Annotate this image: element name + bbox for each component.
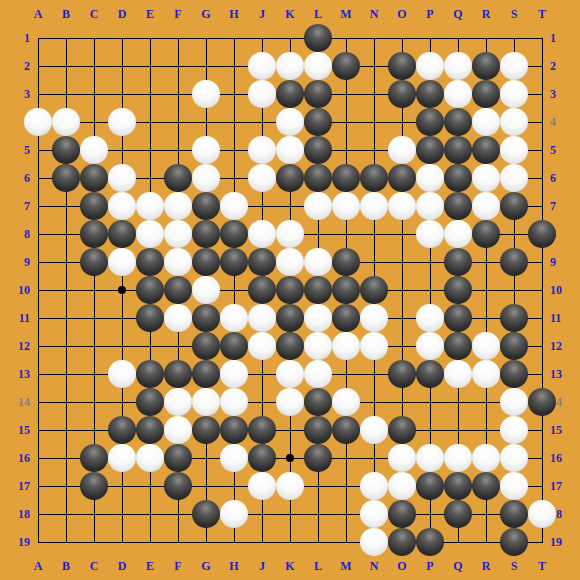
star-point [118, 286, 126, 294]
coord-label-right: 11 [550, 311, 576, 325]
black-stone [304, 276, 332, 304]
white-stone [304, 248, 332, 276]
black-stone [444, 164, 472, 192]
coord-label-top: D [113, 7, 131, 21]
coord-label-bottom: A [29, 559, 47, 573]
grid-line-vertical [542, 38, 543, 543]
white-stone [248, 304, 276, 332]
black-stone [500, 332, 528, 360]
white-stone [472, 192, 500, 220]
white-stone [248, 80, 276, 108]
coord-label-bottom: K [281, 559, 299, 573]
black-stone [192, 360, 220, 388]
white-stone [220, 444, 248, 472]
coord-label-right: 17 [550, 479, 576, 493]
black-stone [472, 472, 500, 500]
white-stone [444, 360, 472, 388]
coord-label-top: R [477, 7, 495, 21]
white-stone [108, 164, 136, 192]
white-stone [416, 220, 444, 248]
white-stone [164, 416, 192, 444]
black-stone [472, 136, 500, 164]
white-stone [276, 136, 304, 164]
white-stone [360, 416, 388, 444]
black-stone [192, 220, 220, 248]
white-stone [108, 360, 136, 388]
white-stone [220, 500, 248, 528]
black-stone [136, 416, 164, 444]
white-stone [192, 164, 220, 192]
coord-label-bottom: F [169, 559, 187, 573]
coord-label-right: 9 [550, 255, 576, 269]
white-stone [276, 52, 304, 80]
white-stone [472, 108, 500, 136]
black-stone [360, 276, 388, 304]
white-stone [444, 52, 472, 80]
white-stone [248, 472, 276, 500]
black-stone [444, 332, 472, 360]
black-stone [276, 304, 304, 332]
black-stone [304, 164, 332, 192]
white-stone [164, 304, 192, 332]
white-stone [164, 192, 192, 220]
white-stone [304, 304, 332, 332]
white-stone [276, 108, 304, 136]
white-stone [416, 332, 444, 360]
white-stone [276, 360, 304, 388]
white-stone [248, 52, 276, 80]
white-stone [220, 388, 248, 416]
black-stone [80, 444, 108, 472]
black-stone [444, 108, 472, 136]
black-stone [500, 528, 528, 556]
coord-label-left: 8 [4, 227, 30, 241]
coord-label-left: 3 [4, 87, 30, 101]
white-stone [500, 388, 528, 416]
black-stone [276, 164, 304, 192]
coord-label-bottom: N [365, 559, 383, 573]
coord-label-left: 5 [4, 143, 30, 157]
coord-label-right: 6 [550, 171, 576, 185]
black-stone [220, 416, 248, 444]
white-stone [164, 220, 192, 248]
black-stone [80, 192, 108, 220]
white-stone [528, 500, 556, 528]
coord-label-top: A [29, 7, 47, 21]
white-stone [500, 472, 528, 500]
coord-label-bottom: C [85, 559, 103, 573]
coord-label-right: 13 [550, 367, 576, 381]
white-stone [500, 108, 528, 136]
black-stone [500, 248, 528, 276]
coord-label-right: 12 [550, 339, 576, 353]
white-stone [360, 192, 388, 220]
black-stone [500, 500, 528, 528]
black-stone [108, 220, 136, 248]
black-stone [416, 528, 444, 556]
coord-label-bottom: M [337, 559, 355, 573]
white-stone [220, 192, 248, 220]
black-stone [80, 472, 108, 500]
coord-label-left: 19 [4, 535, 30, 549]
black-stone [192, 192, 220, 220]
coord-label-bottom: L [309, 559, 327, 573]
coord-label-bottom: T [533, 559, 551, 573]
white-stone [276, 388, 304, 416]
coord-label-left: 16 [4, 451, 30, 465]
black-stone [388, 500, 416, 528]
white-stone [304, 360, 332, 388]
white-stone [248, 136, 276, 164]
black-stone [500, 360, 528, 388]
coord-label-left: 6 [4, 171, 30, 185]
white-stone [192, 136, 220, 164]
grid-line-horizontal [38, 542, 543, 543]
black-stone [304, 416, 332, 444]
white-stone [164, 388, 192, 416]
white-stone [500, 52, 528, 80]
black-stone [136, 388, 164, 416]
white-stone [192, 388, 220, 416]
coord-label-bottom: B [57, 559, 75, 573]
white-stone [360, 304, 388, 332]
white-stone [472, 360, 500, 388]
go-board-app: AABBCCDDEEFFGGHHJJKKLLMMNNOOPPQQRRSSTT11… [0, 0, 580, 580]
black-stone [360, 164, 388, 192]
black-stone [192, 416, 220, 444]
white-stone [360, 332, 388, 360]
black-stone [304, 108, 332, 136]
coord-label-top: O [393, 7, 411, 21]
coord-label-right: 4 [550, 115, 576, 129]
black-stone [444, 136, 472, 164]
white-stone [416, 164, 444, 192]
black-stone [164, 444, 192, 472]
black-stone [528, 220, 556, 248]
white-stone [24, 108, 52, 136]
black-stone [80, 248, 108, 276]
black-stone [388, 528, 416, 556]
black-stone [416, 80, 444, 108]
white-stone [444, 444, 472, 472]
black-stone [304, 388, 332, 416]
coord-label-right: 5 [550, 143, 576, 157]
white-stone [332, 388, 360, 416]
white-stone [108, 108, 136, 136]
coord-label-top: T [533, 7, 551, 21]
star-point [286, 454, 294, 462]
black-stone [304, 136, 332, 164]
black-stone [500, 304, 528, 332]
white-stone [304, 52, 332, 80]
black-stone [304, 80, 332, 108]
white-stone [332, 192, 360, 220]
white-stone [360, 472, 388, 500]
black-stone [276, 276, 304, 304]
black-stone [136, 248, 164, 276]
black-stone [80, 220, 108, 248]
black-stone [164, 164, 192, 192]
white-stone [80, 136, 108, 164]
black-stone [528, 388, 556, 416]
white-stone [192, 80, 220, 108]
white-stone [248, 220, 276, 248]
coord-label-bottom: J [253, 559, 271, 573]
coord-label-top: M [337, 7, 355, 21]
black-stone [248, 416, 276, 444]
black-stone [388, 416, 416, 444]
black-stone [136, 360, 164, 388]
white-stone [360, 528, 388, 556]
black-stone [332, 276, 360, 304]
white-stone [192, 276, 220, 304]
black-stone [332, 164, 360, 192]
black-stone [136, 304, 164, 332]
coord-label-left: 11 [4, 311, 30, 325]
white-stone [444, 80, 472, 108]
coord-label-right: 3 [550, 87, 576, 101]
coord-label-bottom: D [113, 559, 131, 573]
white-stone [248, 332, 276, 360]
black-stone [220, 248, 248, 276]
black-stone [248, 276, 276, 304]
white-stone [472, 164, 500, 192]
white-stone [500, 80, 528, 108]
black-stone [472, 220, 500, 248]
coord-label-right: 1 [550, 31, 576, 45]
coord-label-bottom: R [477, 559, 495, 573]
black-stone [220, 220, 248, 248]
white-stone [304, 332, 332, 360]
coord-label-bottom: P [421, 559, 439, 573]
coord-label-bottom: Q [449, 559, 467, 573]
white-stone [388, 136, 416, 164]
white-stone [52, 108, 80, 136]
black-stone [472, 80, 500, 108]
white-stone [360, 500, 388, 528]
black-stone [332, 304, 360, 332]
coord-label-top: G [197, 7, 215, 21]
coord-label-top: B [57, 7, 75, 21]
black-stone [388, 80, 416, 108]
white-stone [248, 164, 276, 192]
black-stone [192, 500, 220, 528]
black-stone [444, 304, 472, 332]
coord-label-bottom: H [225, 559, 243, 573]
white-stone [220, 304, 248, 332]
coord-label-left: 10 [4, 283, 30, 297]
white-stone [416, 192, 444, 220]
coord-label-top: C [85, 7, 103, 21]
coord-label-bottom: O [393, 559, 411, 573]
white-stone [444, 220, 472, 248]
black-stone [472, 52, 500, 80]
black-stone [444, 192, 472, 220]
coord-label-left: 9 [4, 255, 30, 269]
white-stone [500, 136, 528, 164]
black-stone [164, 360, 192, 388]
coord-label-left: 13 [4, 367, 30, 381]
black-stone [332, 248, 360, 276]
coord-label-top: E [141, 7, 159, 21]
white-stone [388, 444, 416, 472]
coord-label-right: 10 [550, 283, 576, 297]
black-stone [164, 472, 192, 500]
coord-label-right: 19 [550, 535, 576, 549]
coord-label-right: 7 [550, 199, 576, 213]
black-stone [500, 192, 528, 220]
black-stone [52, 164, 80, 192]
coord-label-bottom: E [141, 559, 159, 573]
black-stone [108, 416, 136, 444]
coord-label-left: 18 [4, 507, 30, 521]
white-stone [136, 220, 164, 248]
white-stone [416, 444, 444, 472]
white-stone [500, 444, 528, 472]
black-stone [444, 500, 472, 528]
white-stone [472, 444, 500, 472]
coord-label-top: Q [449, 7, 467, 21]
white-stone [164, 248, 192, 276]
coord-label-left: 2 [4, 59, 30, 73]
black-stone [192, 248, 220, 276]
coord-label-top: S [505, 7, 523, 21]
white-stone [388, 192, 416, 220]
white-stone [136, 192, 164, 220]
black-stone [332, 52, 360, 80]
coord-label-right: 15 [550, 423, 576, 437]
white-stone [388, 472, 416, 500]
black-stone [416, 360, 444, 388]
black-stone [164, 276, 192, 304]
white-stone [276, 248, 304, 276]
white-stone [108, 444, 136, 472]
white-stone [136, 444, 164, 472]
white-stone [500, 164, 528, 192]
black-stone [388, 164, 416, 192]
black-stone [80, 164, 108, 192]
white-stone [500, 416, 528, 444]
white-stone [416, 52, 444, 80]
black-stone [136, 276, 164, 304]
black-stone [248, 248, 276, 276]
white-stone [276, 472, 304, 500]
black-stone [416, 472, 444, 500]
white-stone [276, 220, 304, 248]
coord-label-top: K [281, 7, 299, 21]
white-stone [332, 332, 360, 360]
coord-label-top: L [309, 7, 327, 21]
black-stone [276, 80, 304, 108]
coord-label-left: 17 [4, 479, 30, 493]
coord-label-left: 7 [4, 199, 30, 213]
black-stone [444, 276, 472, 304]
black-stone [248, 444, 276, 472]
black-stone [444, 248, 472, 276]
coord-label-bottom: S [505, 559, 523, 573]
black-stone [416, 136, 444, 164]
coord-label-top: N [365, 7, 383, 21]
black-stone [332, 416, 360, 444]
coord-label-bottom: G [197, 559, 215, 573]
black-stone [388, 360, 416, 388]
white-stone [220, 360, 248, 388]
black-stone [416, 108, 444, 136]
black-stone [192, 304, 220, 332]
coord-label-top: J [253, 7, 271, 21]
black-stone [276, 332, 304, 360]
black-stone [388, 52, 416, 80]
black-stone [304, 444, 332, 472]
black-stone [52, 136, 80, 164]
black-stone [192, 332, 220, 360]
coord-label-left: 14 [4, 395, 30, 409]
coord-label-left: 12 [4, 339, 30, 353]
white-stone [108, 192, 136, 220]
coord-label-left: 15 [4, 423, 30, 437]
white-stone [304, 192, 332, 220]
coord-label-right: 16 [550, 451, 576, 465]
coord-label-top: H [225, 7, 243, 21]
white-stone [108, 248, 136, 276]
coord-label-top: P [421, 7, 439, 21]
black-stone [304, 24, 332, 52]
white-stone [416, 304, 444, 332]
white-stone [472, 332, 500, 360]
coord-label-right: 2 [550, 59, 576, 73]
coord-label-top: F [169, 7, 187, 21]
black-stone [220, 332, 248, 360]
black-stone [444, 472, 472, 500]
coord-label-left: 1 [4, 31, 30, 45]
